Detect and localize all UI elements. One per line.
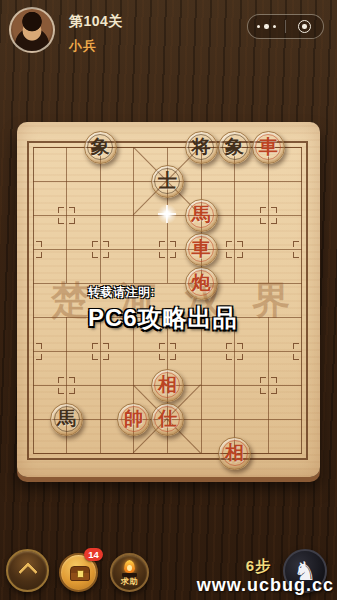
piece-red-advisor[interactable]: 仕: [151, 403, 184, 436]
app-screen: 第104关 小兵 楚河汉界象将象車士馬車炮相馬帥仕相 转载请注明: PC6攻略出…: [0, 0, 337, 600]
piece-character: 士: [158, 171, 177, 190]
overlay-note-line1: 转载请注明:: [88, 284, 238, 301]
piece-character: 象: [91, 137, 110, 156]
river-text-char: 界: [252, 275, 290, 326]
piece-red-chariot[interactable]: 車: [252, 131, 285, 164]
position-marker: [260, 377, 277, 394]
piece-red-chariot[interactable]: 車: [185, 233, 218, 266]
piece-character: 車: [192, 239, 211, 258]
position-marker: [293, 343, 310, 360]
piece-red-horse[interactable]: 馬: [185, 199, 218, 232]
position-marker: [58, 377, 75, 394]
piece-red-elephant[interactable]: 相: [151, 369, 184, 402]
position-marker: [226, 343, 243, 360]
position-marker: [159, 241, 176, 258]
river-text-char: 楚: [51, 275, 89, 326]
position-marker: [226, 241, 243, 258]
piece-red-general[interactable]: 帥: [117, 403, 150, 436]
piece-character: 将: [192, 137, 211, 156]
grid-line: [100, 317, 101, 453]
position-marker: [293, 241, 310, 258]
piece-character: 相: [158, 375, 177, 394]
piece-red-elephant[interactable]: 相: [218, 437, 251, 470]
grid-line: [234, 147, 235, 283]
position-marker: [92, 241, 109, 258]
reward-count-badge: 14: [84, 548, 103, 561]
position-marker: [159, 343, 176, 360]
position-marker: [260, 207, 277, 224]
piece-black-horse[interactable]: 馬: [50, 403, 83, 436]
overlay-note-line2: PC6攻略出品: [88, 302, 238, 334]
piece-black-advisor[interactable]: 士: [151, 165, 184, 198]
position-marker: [25, 241, 42, 258]
piece-black-elephant[interactable]: 象: [218, 131, 251, 164]
grid-line: [234, 317, 235, 453]
piece-character: 象: [225, 137, 244, 156]
piece-black-elephant[interactable]: 象: [84, 131, 117, 164]
piece-character: 馬: [57, 409, 76, 428]
piece-black-general[interactable]: 将: [185, 131, 218, 164]
piece-character: 車: [259, 137, 278, 156]
piece-character: 帥: [124, 409, 143, 428]
piece-character: 馬: [192, 205, 211, 224]
piece-character: 相: [225, 443, 244, 462]
hint-sparkle-icon: [157, 204, 177, 224]
position-marker: [58, 207, 75, 224]
piece-character: 仕: [158, 409, 177, 428]
grid-line: [100, 147, 101, 283]
overlay-note: 转载请注明: PC6攻略出品: [88, 284, 238, 334]
position-marker: [25, 343, 42, 360]
position-marker: [92, 343, 109, 360]
site-watermark: www.ucbug.cc: [197, 575, 334, 596]
